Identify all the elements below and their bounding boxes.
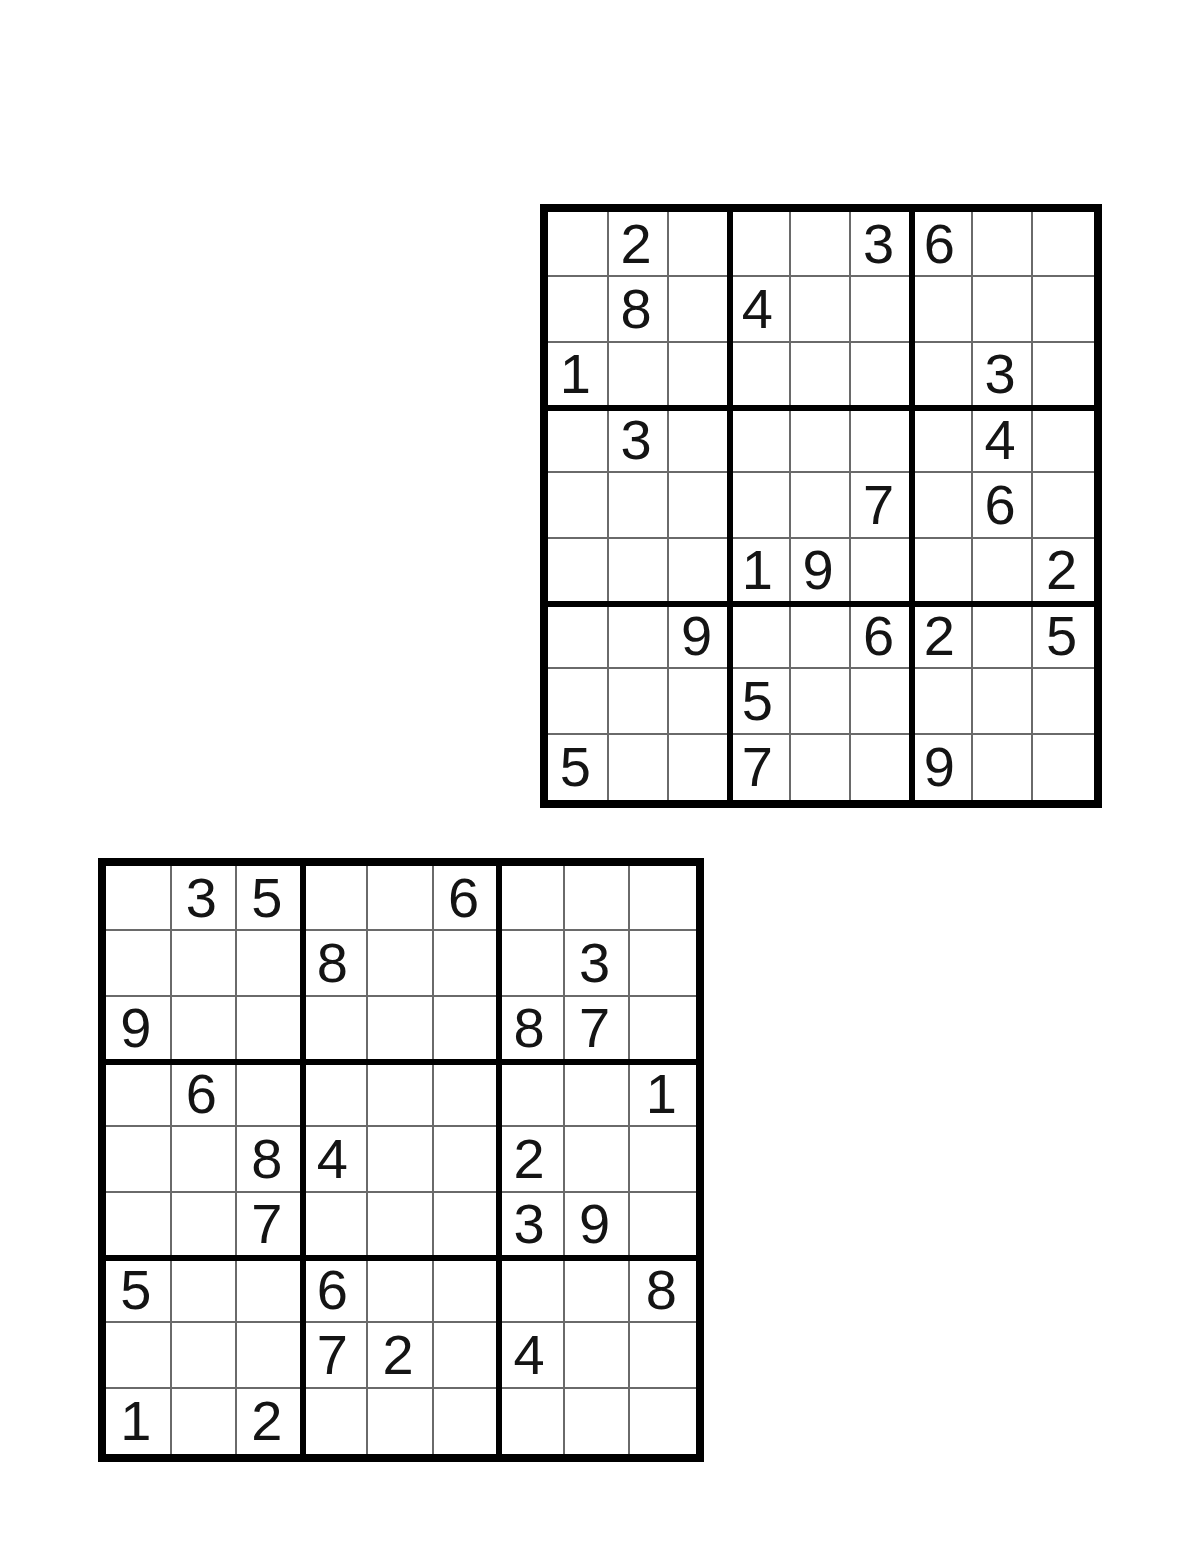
cell-r3c1[interactable]: 9 — [106, 997, 172, 1062]
cell-r4c8[interactable]: 4 — [973, 408, 1034, 473]
cell-r6c4[interactable] — [303, 1193, 369, 1258]
cell-r5c7[interactable]: 2 — [499, 1127, 565, 1192]
cell-r9c9[interactable] — [1033, 735, 1094, 800]
cell-r3c6[interactable] — [434, 997, 500, 1062]
cell-r7c5[interactable] — [791, 604, 852, 669]
cell-r7c3[interactable] — [237, 1258, 303, 1323]
cell-r4c8[interactable] — [565, 1062, 631, 1127]
cell-r4c1[interactable] — [548, 408, 609, 473]
cell-r9c2[interactable] — [609, 735, 670, 800]
cell-r6c7[interactable] — [912, 539, 973, 604]
cell-r6c9[interactable] — [630, 1193, 696, 1258]
cell-r5c3[interactable]: 8 — [237, 1127, 303, 1192]
cell-r1c1[interactable] — [548, 212, 609, 277]
cell-r6c8[interactable]: 9 — [565, 1193, 631, 1258]
cell-r9c7[interactable]: 9 — [912, 735, 973, 800]
cell-r3c5[interactable] — [791, 343, 852, 408]
page: { "game": "sudoku", "position": [ ".2...… — [0, 0, 1200, 1552]
cell-r2c4[interactable]: 8 — [303, 931, 369, 996]
cell-r3c1[interactable]: 1 — [548, 343, 609, 408]
cell-r9c3[interactable] — [669, 735, 730, 800]
cell-r2c2[interactable] — [172, 931, 238, 996]
cell-r4c7[interactable] — [912, 408, 973, 473]
cell-r8c2[interactable] — [609, 669, 670, 734]
cell-r1c1[interactable] — [106, 866, 172, 931]
cell-r9c5[interactable] — [791, 735, 852, 800]
cell-r2c9[interactable] — [630, 931, 696, 996]
cell-r8c1[interactable] — [548, 669, 609, 734]
cell-r1c7[interactable] — [499, 866, 565, 931]
cell-r5c5[interactable] — [368, 1127, 434, 1192]
cell-r3c5[interactable] — [368, 997, 434, 1062]
sudoku-grid-bottom: 356839876184273956872412 — [98, 858, 704, 1462]
cell-r4c3[interactable] — [237, 1062, 303, 1127]
cell-r6c5[interactable] — [368, 1193, 434, 1258]
cell-r4c2[interactable]: 3 — [609, 408, 670, 473]
cell-r6c3[interactable] — [669, 539, 730, 604]
cell-r1c4[interactable] — [303, 866, 369, 931]
cell-r6c4[interactable]: 1 — [730, 539, 791, 604]
cell-r6c8[interactable] — [973, 539, 1034, 604]
cell-r3c8[interactable]: 3 — [973, 343, 1034, 408]
cell-r2c3[interactable] — [237, 931, 303, 996]
cell-r9c4[interactable] — [303, 1389, 369, 1454]
cell-r8c9[interactable] — [1033, 669, 1094, 734]
cell-r6c5[interactable]: 9 — [791, 539, 852, 604]
cell-r7c9[interactable]: 5 — [1033, 604, 1094, 669]
cell-r1c5[interactable] — [368, 866, 434, 931]
cell-r1c8[interactable] — [565, 866, 631, 931]
cell-r4c4[interactable] — [303, 1062, 369, 1127]
cell-r9c8[interactable] — [565, 1389, 631, 1454]
cell-r8c4[interactable]: 7 — [303, 1323, 369, 1388]
cell-r1c7[interactable]: 6 — [912, 212, 973, 277]
cell-r4c7[interactable] — [499, 1062, 565, 1127]
cell-r5c5[interactable] — [791, 473, 852, 538]
cell-r1c9[interactable] — [630, 866, 696, 931]
cell-r2c6[interactable] — [434, 931, 500, 996]
cell-r8c1[interactable] — [106, 1323, 172, 1388]
cell-r6c9[interactable]: 2 — [1033, 539, 1094, 604]
cell-r8c3[interactable] — [237, 1323, 303, 1388]
cell-r2c1[interactable] — [106, 931, 172, 996]
cell-r3c7[interactable] — [912, 343, 973, 408]
cell-r9c1[interactable]: 5 — [548, 735, 609, 800]
cell-r7c7[interactable]: 2 — [912, 604, 973, 669]
cell-r3c9[interactable] — [1033, 343, 1094, 408]
cell-r9c9[interactable] — [630, 1389, 696, 1454]
cell-r4c3[interactable] — [669, 408, 730, 473]
cell-r3c4[interactable] — [303, 997, 369, 1062]
cell-r1c2[interactable]: 3 — [172, 866, 238, 931]
cell-r4c9[interactable] — [1033, 408, 1094, 473]
cell-r9c1[interactable]: 1 — [106, 1389, 172, 1454]
cell-r4c4[interactable] — [730, 408, 791, 473]
cell-r9c2[interactable] — [172, 1389, 238, 1454]
cell-r6c2[interactable] — [609, 539, 670, 604]
cell-r3c3[interactable] — [237, 997, 303, 1062]
cell-r2c7[interactable] — [499, 931, 565, 996]
cell-r8c8[interactable] — [565, 1323, 631, 1388]
cell-r3c2[interactable] — [609, 343, 670, 408]
cell-r5c1[interactable] — [548, 473, 609, 538]
cell-r2c1[interactable] — [548, 277, 609, 342]
cell-r7c1[interactable] — [548, 604, 609, 669]
cell-r6c1[interactable] — [106, 1193, 172, 1258]
cell-r7c2[interactable] — [172, 1258, 238, 1323]
cell-r5c7[interactable] — [912, 473, 973, 538]
cell-r1c2[interactable]: 2 — [609, 212, 670, 277]
cell-r2c6[interactable] — [851, 277, 912, 342]
cell-r5c9[interactable] — [1033, 473, 1094, 538]
cell-r8c4[interactable]: 5 — [730, 669, 791, 734]
cell-r5c9[interactable] — [630, 1127, 696, 1192]
sudoku-grid-bottom-cells: 356839876184273956872412 — [106, 866, 696, 1454]
cell-r5c6[interactable]: 7 — [851, 473, 912, 538]
cell-r1c8[interactable] — [973, 212, 1034, 277]
cell-r2c8[interactable]: 3 — [565, 931, 631, 996]
cell-r2c8[interactable] — [973, 277, 1034, 342]
cell-r8c7[interactable]: 4 — [499, 1323, 565, 1388]
cell-r7c8[interactable] — [565, 1258, 631, 1323]
cell-r8c6[interactable] — [434, 1323, 500, 1388]
cell-r5c2[interactable] — [609, 473, 670, 538]
cell-r7c4[interactable] — [730, 604, 791, 669]
cell-r5c2[interactable] — [172, 1127, 238, 1192]
cell-r1c3[interactable]: 5 — [237, 866, 303, 931]
cell-r2c5[interactable] — [368, 931, 434, 996]
cell-r3c9[interactable] — [630, 997, 696, 1062]
cell-r2c4[interactable]: 4 — [730, 277, 791, 342]
cell-r6c2[interactable] — [172, 1193, 238, 1258]
cell-r2c9[interactable] — [1033, 277, 1094, 342]
cell-r1c9[interactable] — [1033, 212, 1094, 277]
cell-r4c2[interactable]: 6 — [172, 1062, 238, 1127]
cell-r5c1[interactable] — [106, 1127, 172, 1192]
cell-r9c4[interactable]: 7 — [730, 735, 791, 800]
cell-r5c3[interactable] — [669, 473, 730, 538]
cell-r8c7[interactable] — [912, 669, 973, 734]
cell-r7c7[interactable] — [499, 1258, 565, 1323]
cell-r1c3[interactable] — [669, 212, 730, 277]
cell-r7c1[interactable]: 5 — [106, 1258, 172, 1323]
cell-r4c1[interactable] — [106, 1062, 172, 1127]
cell-r8c6[interactable] — [851, 669, 912, 734]
cell-r7c5[interactable] — [368, 1258, 434, 1323]
cell-r7c6[interactable] — [434, 1258, 500, 1323]
cell-r5c4[interactable] — [730, 473, 791, 538]
cell-r7c9[interactable]: 8 — [630, 1258, 696, 1323]
cell-r4c6[interactable] — [434, 1062, 500, 1127]
cell-r1c6[interactable]: 3 — [851, 212, 912, 277]
cell-r5c8[interactable]: 6 — [973, 473, 1034, 538]
cell-r2c3[interactable] — [669, 277, 730, 342]
cell-r2c2[interactable]: 8 — [609, 277, 670, 342]
cell-r1c6[interactable]: 6 — [434, 866, 500, 931]
cell-r5c8[interactable] — [565, 1127, 631, 1192]
cell-r7c4[interactable]: 6 — [303, 1258, 369, 1323]
cell-r9c5[interactable] — [368, 1389, 434, 1454]
cell-r7c6[interactable]: 6 — [851, 604, 912, 669]
sudoku-grid-top: 2368413347619296255579 — [540, 204, 1102, 808]
cell-r3c6[interactable] — [851, 343, 912, 408]
cell-r8c9[interactable] — [630, 1323, 696, 1388]
cell-r3c3[interactable] — [669, 343, 730, 408]
cell-r9c6[interactable] — [434, 1389, 500, 1454]
cell-r2c5[interactable] — [791, 277, 852, 342]
cell-r9c6[interactable] — [851, 735, 912, 800]
cell-r5c6[interactable] — [434, 1127, 500, 1192]
cell-r4c5[interactable] — [368, 1062, 434, 1127]
cell-r8c8[interactable] — [973, 669, 1034, 734]
cell-r3c2[interactable] — [172, 997, 238, 1062]
cell-r7c8[interactable] — [973, 604, 1034, 669]
cell-r9c8[interactable] — [973, 735, 1034, 800]
cell-r9c3[interactable]: 2 — [237, 1389, 303, 1454]
cell-r7c3[interactable]: 9 — [669, 604, 730, 669]
cell-r6c1[interactable] — [548, 539, 609, 604]
cell-r8c5[interactable] — [791, 669, 852, 734]
cell-r3c8[interactable]: 7 — [565, 997, 631, 1062]
cell-r5c4[interactable]: 4 — [303, 1127, 369, 1192]
cell-r9c7[interactable] — [499, 1389, 565, 1454]
cell-r8c3[interactable] — [669, 669, 730, 734]
cell-r4c5[interactable] — [791, 408, 852, 473]
sudoku-grid-top-cells: 2368413347619296255579 — [548, 212, 1094, 800]
cell-r2c7[interactable] — [912, 277, 973, 342]
cell-r6c3[interactable]: 7 — [237, 1193, 303, 1258]
cell-r7c2[interactable] — [609, 604, 670, 669]
cell-r8c2[interactable] — [172, 1323, 238, 1388]
cell-r6c6[interactable] — [851, 539, 912, 604]
cell-r6c7[interactable]: 3 — [499, 1193, 565, 1258]
cell-r1c4[interactable] — [730, 212, 791, 277]
cell-r3c7[interactable]: 8 — [499, 997, 565, 1062]
cell-r1c5[interactable] — [791, 212, 852, 277]
cell-r6c6[interactable] — [434, 1193, 500, 1258]
cell-r3c4[interactable] — [730, 343, 791, 408]
cell-r4c9[interactable]: 1 — [630, 1062, 696, 1127]
cell-r8c5[interactable]: 2 — [368, 1323, 434, 1388]
cell-r4c6[interactable] — [851, 408, 912, 473]
